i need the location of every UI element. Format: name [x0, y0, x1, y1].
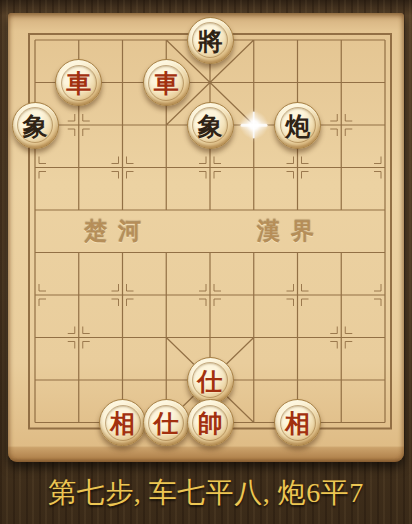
xiangqi-app: 楚河 漢界 將車車象象炮仕相仕帥相 第七步, 车七平八, 炮6平7	[0, 0, 412, 524]
piece-red-advisor[interactable]: 仕	[187, 357, 234, 404]
piece-glyph: 炮	[285, 114, 310, 139]
piece-black-elephant[interactable]: 象	[187, 102, 234, 149]
piece-glyph: 象	[198, 114, 223, 139]
piece-red-advisor[interactable]: 仕	[143, 399, 190, 446]
piece-glyph: 將	[198, 29, 223, 54]
last-move-origin-sparkle	[237, 108, 271, 142]
piece-glyph: 帥	[198, 411, 223, 436]
pieces-layer: 將車車象象炮仕相仕帥相	[13, 19, 407, 444]
piece-red-chariot[interactable]: 車	[143, 59, 190, 106]
piece-black-general[interactable]: 將	[187, 17, 234, 64]
piece-glyph: 相	[110, 411, 135, 436]
move-caption: 第七步, 车七平八, 炮6平7	[0, 462, 412, 524]
piece-glyph: 仕	[198, 369, 223, 394]
piece-red-elephant[interactable]: 相	[99, 399, 146, 446]
piece-black-elephant[interactable]: 象	[12, 102, 59, 149]
piece-glyph: 象	[23, 114, 48, 139]
piece-glyph: 車	[154, 71, 179, 96]
piece-glyph: 仕	[154, 411, 179, 436]
piece-red-elephant[interactable]: 相	[274, 399, 321, 446]
piece-glyph: 車	[66, 71, 91, 96]
piece-red-chariot[interactable]: 車	[55, 59, 102, 106]
piece-red-general[interactable]: 帥	[187, 399, 234, 446]
piece-black-cannon[interactable]: 炮	[274, 102, 321, 149]
piece-glyph: 相	[285, 411, 310, 436]
